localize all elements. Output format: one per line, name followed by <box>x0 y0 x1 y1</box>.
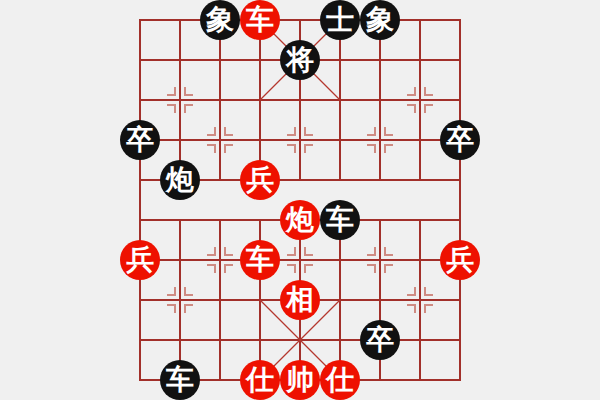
piece-glyph: 相 <box>286 286 314 314</box>
piece-glyph: 车 <box>326 206 354 234</box>
piece-red-soldier[interactable]: 兵 <box>440 240 480 280</box>
piece-red-chariot[interactable]: 车 <box>240 240 280 280</box>
piece-black-advisor[interactable]: 士 <box>320 0 360 40</box>
xiangqi-board: 象车士象将卒卒炮兵炮车兵车兵相卒车仕帅仕 <box>120 0 480 400</box>
piece-black-elephant[interactable]: 象 <box>200 0 240 40</box>
piece-red-advisor[interactable]: 仕 <box>320 360 360 400</box>
piece-glyph: 仕 <box>246 366 274 394</box>
piece-red-cannon[interactable]: 炮 <box>280 200 320 240</box>
piece-black-soldier[interactable]: 卒 <box>440 120 480 160</box>
piece-glyph: 士 <box>326 6 354 34</box>
piece-glyph: 炮 <box>286 206 314 234</box>
piece-red-chariot[interactable]: 车 <box>240 0 280 40</box>
piece-glyph: 车 <box>166 366 194 394</box>
piece-glyph: 兵 <box>126 246 154 274</box>
piece-red-elephant[interactable]: 相 <box>280 280 320 320</box>
piece-glyph: 兵 <box>246 166 274 194</box>
piece-black-chariot[interactable]: 车 <box>160 360 200 400</box>
piece-glyph: 象 <box>206 6 234 34</box>
piece-glyph: 仕 <box>326 366 354 394</box>
piece-red-soldier[interactable]: 兵 <box>240 160 280 200</box>
piece-glyph: 兵 <box>446 246 474 274</box>
piece-red-general[interactable]: 帅 <box>280 360 320 400</box>
app-background: 象车士象将卒卒炮兵炮车兵车兵相卒车仕帅仕 <box>0 0 600 400</box>
piece-glyph: 卒 <box>366 326 394 354</box>
piece-black-soldier[interactable]: 卒 <box>360 320 400 360</box>
piece-red-advisor[interactable]: 仕 <box>240 360 280 400</box>
piece-glyph: 将 <box>286 46 314 74</box>
piece-black-chariot[interactable]: 车 <box>320 200 360 240</box>
piece-glyph: 车 <box>246 6 274 34</box>
piece-glyph: 象 <box>366 6 394 34</box>
piece-black-general[interactable]: 将 <box>280 40 320 80</box>
piece-black-elephant[interactable]: 象 <box>360 0 400 40</box>
piece-glyph: 卒 <box>446 126 474 154</box>
piece-red-soldier[interactable]: 兵 <box>120 240 160 280</box>
piece-glyph: 车 <box>246 246 274 274</box>
piece-black-soldier[interactable]: 卒 <box>120 120 160 160</box>
piece-glyph: 帅 <box>286 366 314 394</box>
piece-black-cannon[interactable]: 炮 <box>160 160 200 200</box>
piece-glyph: 卒 <box>126 126 154 154</box>
pieces-layer: 象车士象将卒卒炮兵炮车兵车兵相卒车仕帅仕 <box>120 0 480 400</box>
piece-glyph: 炮 <box>166 166 194 194</box>
